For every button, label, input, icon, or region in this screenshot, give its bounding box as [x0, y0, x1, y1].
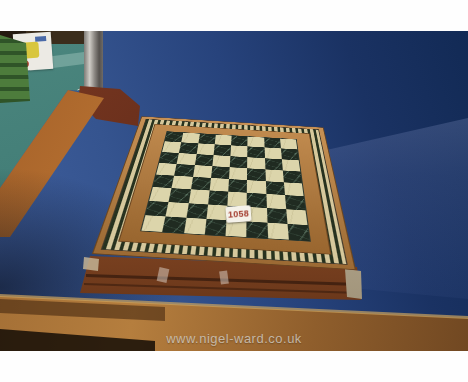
- square-c3: [188, 189, 209, 204]
- square-g1: [267, 222, 289, 239]
- square-b3: [169, 188, 191, 203]
- square-c1: [183, 218, 206, 235]
- watermark-text: www.nigel-ward.co.uk: [0, 331, 468, 346]
- square-f4: [247, 180, 266, 194]
- letterbox-bottom: [0, 351, 468, 382]
- lot-number: 1058: [228, 208, 249, 219]
- mosaic-inlay-band: [101, 119, 348, 265]
- square-h3: [285, 195, 306, 210]
- square-g2: [266, 208, 287, 224]
- square-b4: [172, 176, 193, 190]
- square-f5: [247, 168, 265, 181]
- lot-ticket: 1058: [225, 205, 251, 223]
- square-d3: [208, 191, 228, 206]
- inner-wood-border: [118, 124, 331, 255]
- square-e4: [228, 179, 247, 193]
- square-e3: [227, 192, 247, 207]
- square-b5: [174, 164, 194, 177]
- square-d1: [205, 219, 227, 236]
- board-grid: [140, 131, 311, 241]
- square-d5: [211, 166, 230, 179]
- square-c5: [193, 165, 213, 178]
- square-b2: [166, 202, 189, 218]
- square-b1: [162, 216, 186, 233]
- square-e5: [229, 167, 247, 180]
- square-h4: [284, 182, 304, 196]
- square-g3: [266, 194, 286, 209]
- square-g4: [265, 181, 284, 195]
- screenshot: 1058 www.nigel-ward.co.uk: [0, 0, 468, 382]
- auction-photo: 1058 www.nigel-ward.co.uk: [0, 31, 468, 351]
- letterbox-top: [0, 0, 468, 31]
- square-h2: [286, 209, 308, 225]
- square-c2: [186, 203, 208, 219]
- square-d4: [209, 178, 229, 192]
- scuff-mark: [219, 271, 229, 285]
- square-f1: [247, 221, 268, 238]
- square-h1: [287, 224, 309, 241]
- square-c4: [191, 177, 211, 191]
- square-d2: [206, 204, 227, 220]
